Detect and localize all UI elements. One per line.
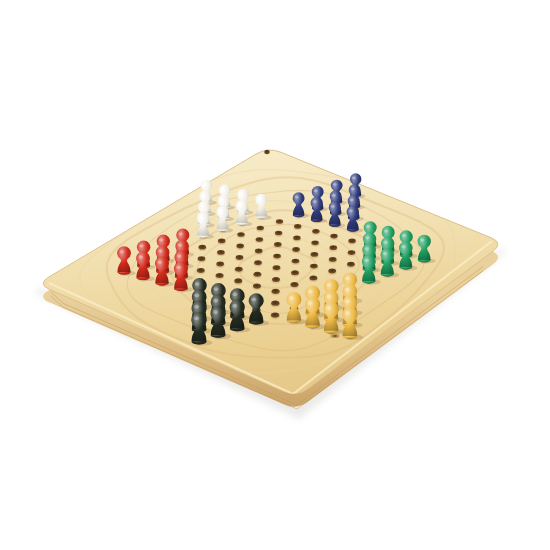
chinese-checkers-scene	[0, 0, 550, 550]
hanging-hole	[264, 150, 269, 154]
board-photo	[0, 0, 550, 550]
